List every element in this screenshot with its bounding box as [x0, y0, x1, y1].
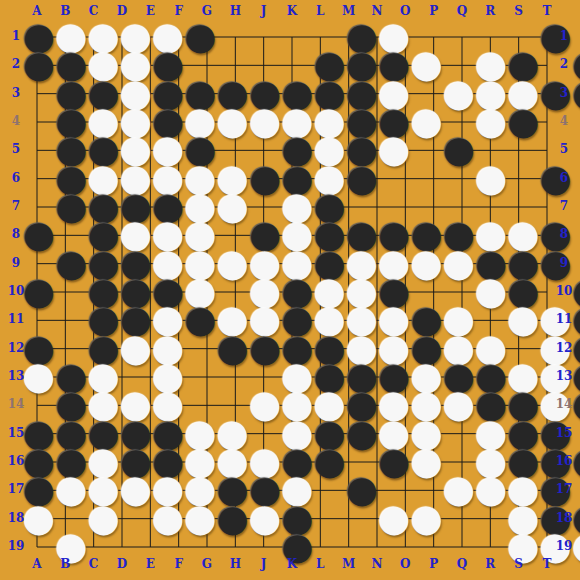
row-label-right-8: 8 [551, 227, 577, 243]
empty-intersection[interactable] [507, 136, 539, 164]
stone-white[interactable]: ● [475, 108, 507, 136]
row-label-left-16: 16 [3, 454, 29, 470]
column-label-top-H: H [221, 4, 249, 20]
black-stone-glyph: ● [507, 108, 539, 136]
stone-white[interactable]: ● [443, 79, 475, 107]
column-label-bottom-Q: Q [448, 557, 476, 573]
empty-intersection[interactable] [507, 164, 539, 192]
stone-white[interactable]: ● [410, 108, 442, 136]
column-label-top-N: N [363, 4, 391, 20]
row-label-left-14: 14 [3, 397, 29, 413]
white-stone-glyph: ● [249, 505, 281, 533]
black-stone-glyph: ● [346, 420, 378, 448]
empty-intersection[interactable] [443, 504, 475, 532]
row-label-right-16: 16 [551, 454, 577, 470]
stone-white[interactable]: ● [87, 504, 119, 532]
black-stone-glyph: ● [346, 165, 378, 193]
row-label-right-9: 9 [551, 256, 577, 272]
column-label-bottom-K: K [278, 557, 306, 573]
row-label-right-4: 4 [551, 114, 577, 130]
stone-black[interactable]: ● [507, 108, 539, 136]
row-label-right-6: 6 [551, 171, 577, 187]
stone-white[interactable]: ● [410, 51, 442, 79]
stone-white[interactable]: ● [410, 448, 442, 476]
column-label-bottom-H: H [221, 557, 249, 573]
row-label-left-12: 12 [3, 341, 29, 357]
stone-white[interactable]: ● [55, 476, 87, 504]
empty-intersection[interactable] [475, 504, 507, 532]
stone-black[interactable]: ● [249, 334, 281, 362]
stone-white[interactable]: ● [475, 164, 507, 192]
white-stone-glyph: ● [249, 108, 281, 136]
row-label-right-11: 11 [551, 312, 577, 328]
white-stone-glyph: ● [378, 136, 410, 164]
stone-black[interactable]: ● [217, 334, 249, 362]
stone-black[interactable]: ● [217, 504, 249, 532]
row-label-left-6: 6 [3, 171, 29, 187]
empty-intersection[interactable] [217, 23, 249, 51]
empty-intersection[interactable] [184, 363, 216, 391]
black-stone-glyph: ● [249, 335, 281, 363]
stone-white[interactable]: ● [378, 136, 410, 164]
stone-black[interactable]: ● [378, 448, 410, 476]
empty-intersection[interactable] [443, 23, 475, 51]
column-label-bottom-N: N [363, 557, 391, 573]
white-stone-glyph: ● [120, 476, 152, 504]
row-label-left-8: 8 [3, 227, 29, 243]
row-label-left-18: 18 [3, 511, 29, 527]
black-stone-glyph: ● [249, 165, 281, 193]
stone-white[interactable]: ● [475, 278, 507, 306]
row-label-right-19: 19 [551, 539, 577, 555]
stone-white[interactable]: ● [443, 476, 475, 504]
black-stone-glyph: ● [184, 23, 216, 51]
white-stone-glyph: ● [120, 335, 152, 363]
column-label-top-D: D [108, 4, 136, 20]
column-label-top-C: C [79, 4, 107, 20]
row-label-left-15: 15 [3, 426, 29, 442]
empty-intersection[interactable] [249, 23, 281, 51]
column-label-bottom-F: F [164, 557, 192, 573]
column-label-top-S: S [504, 4, 532, 20]
column-label-top-L: L [306, 4, 334, 20]
empty-intersection[interactable] [410, 136, 442, 164]
empty-intersection[interactable] [443, 419, 475, 447]
stone-white[interactable]: ● [217, 193, 249, 221]
column-label-top-O: O [391, 4, 419, 20]
column-label-bottom-O: O [391, 557, 419, 573]
column-label-bottom-G: G [193, 557, 221, 573]
empty-intersection[interactable] [314, 476, 346, 504]
row-label-right-3: 3 [551, 86, 577, 102]
white-stone-glyph: ● [410, 505, 442, 533]
empty-intersection[interactable] [314, 504, 346, 532]
row-label-left-3: 3 [3, 86, 29, 102]
row-label-right-2: 2 [551, 57, 577, 73]
empty-intersection[interactable] [346, 504, 378, 532]
column-label-bottom-S: S [504, 557, 532, 573]
stone-white[interactable]: ● [378, 504, 410, 532]
stone-white[interactable]: ● [410, 249, 442, 277]
row-label-right-12: 12 [551, 341, 577, 357]
column-label-top-E: E [136, 4, 164, 20]
row-label-right-10: 10 [551, 284, 577, 300]
column-label-bottom-E: E [136, 557, 164, 573]
stone-black[interactable]: ● [443, 136, 475, 164]
white-stone-glyph: ● [217, 250, 249, 278]
white-stone-glyph: ● [410, 448, 442, 476]
stone-black[interactable]: ● [314, 448, 346, 476]
white-stone-glyph: ● [87, 505, 119, 533]
stone-white[interactable]: ● [249, 504, 281, 532]
white-stone-glyph: ● [378, 505, 410, 533]
stone-black[interactable]: ● [346, 476, 378, 504]
black-stone-glyph: ● [55, 193, 87, 221]
column-label-bottom-R: R [476, 557, 504, 573]
column-label-bottom-T: T [533, 557, 561, 573]
column-label-bottom-P: P [419, 557, 447, 573]
white-stone-glyph: ● [410, 51, 442, 79]
white-stone-glyph: ● [475, 278, 507, 306]
black-stone-glyph: ● [443, 136, 475, 164]
stone-white[interactable]: ● [475, 476, 507, 504]
row-label-right-14: 14 [551, 397, 577, 413]
column-label-bottom-A: A [23, 557, 51, 573]
white-stone-glyph: ● [410, 250, 442, 278]
column-label-top-F: F [164, 4, 192, 20]
row-label-left-9: 9 [3, 256, 29, 272]
row-label-right-17: 17 [551, 482, 577, 498]
row-label-left-13: 13 [3, 369, 29, 385]
stone-black[interactable]: ● [346, 419, 378, 447]
stone-black[interactable]: ● [184, 23, 216, 51]
empty-intersection[interactable] [120, 504, 152, 532]
stone-white[interactable]: ● [443, 249, 475, 277]
row-label-right-1: 1 [551, 29, 577, 45]
column-label-bottom-C: C [79, 557, 107, 573]
white-stone-glyph: ● [410, 108, 442, 136]
row-label-left-11: 11 [3, 312, 29, 328]
white-stone-glyph: ● [152, 505, 184, 533]
black-stone-glyph: ● [55, 250, 87, 278]
white-stone-glyph: ● [443, 391, 475, 419]
column-label-top-T: T [533, 4, 561, 20]
column-label-bottom-L: L [306, 557, 334, 573]
empty-intersection[interactable] [55, 278, 87, 306]
empty-intersection[interactable] [410, 164, 442, 192]
stone-white[interactable]: ● [249, 108, 281, 136]
white-stone-glyph: ● [475, 108, 507, 136]
column-label-top-M: M [334, 4, 362, 20]
black-stone-glyph: ● [217, 505, 249, 533]
stone-black[interactable]: ● [55, 249, 87, 277]
row-label-right-7: 7 [551, 199, 577, 215]
black-stone-glyph: ● [184, 306, 216, 334]
black-stone-glyph: ● [378, 448, 410, 476]
white-stone-glyph: ● [443, 80, 475, 108]
column-label-top-K: K [278, 4, 306, 20]
row-label-left-1: 1 [3, 29, 29, 45]
empty-intersection[interactable] [443, 164, 475, 192]
empty-intersection[interactable] [184, 334, 216, 362]
empty-intersection[interactable] [55, 306, 87, 334]
column-label-bottom-B: B [51, 557, 79, 573]
white-stone-glyph: ● [217, 193, 249, 221]
stone-white[interactable]: ● [217, 249, 249, 277]
row-label-left-10: 10 [3, 284, 29, 300]
white-stone-glyph: ● [249, 391, 281, 419]
column-label-bottom-D: D [108, 557, 136, 573]
stone-white[interactable]: ● [184, 504, 216, 532]
column-label-top-G: G [193, 4, 221, 20]
empty-intersection[interactable] [281, 23, 313, 51]
stone-white[interactable]: ● [507, 306, 539, 334]
white-stone-glyph: ● [443, 476, 475, 504]
column-label-top-Q: Q [448, 4, 476, 20]
white-stone-glyph: ● [475, 476, 507, 504]
empty-intersection[interactable] [378, 164, 410, 192]
stone-white[interactable]: ● [120, 334, 152, 362]
row-label-left-4: 4 [3, 114, 29, 130]
black-stone-glyph: ● [217, 335, 249, 363]
column-label-top-P: P [419, 4, 447, 20]
stone-white[interactable]: ● [152, 504, 184, 532]
row-label-right-15: 15 [551, 426, 577, 442]
row-label-right-18: 18 [551, 511, 577, 527]
stone-white[interactable]: ● [217, 108, 249, 136]
column-label-top-J: J [249, 4, 277, 20]
row-label-left-2: 2 [3, 57, 29, 73]
column-label-top-B: B [51, 4, 79, 20]
row-label-right-13: 13 [551, 369, 577, 385]
black-stone-glyph: ● [314, 448, 346, 476]
row-label-left-17: 17 [3, 482, 29, 498]
stone-white[interactable]: ● [443, 391, 475, 419]
column-label-bottom-M: M [334, 557, 362, 573]
column-label-top-A: A [23, 4, 51, 20]
row-label-left-5: 5 [3, 142, 29, 158]
row-label-left-7: 7 [3, 199, 29, 215]
white-stone-glyph: ● [184, 505, 216, 533]
stone-white[interactable]: ● [120, 476, 152, 504]
column-label-top-R: R [476, 4, 504, 20]
column-label-bottom-J: J [249, 557, 277, 573]
empty-intersection[interactable] [217, 363, 249, 391]
white-stone-glyph: ● [443, 250, 475, 278]
white-stone-glyph: ● [55, 476, 87, 504]
stone-black[interactable]: ● [184, 306, 216, 334]
go-board[interactable]: ●●●●●●●●●●●●●●●●●●●●●●●●●●●●●●●●●●●●●●●●… [23, 23, 561, 561]
stone-black[interactable]: ● [55, 193, 87, 221]
white-stone-glyph: ● [475, 165, 507, 193]
stone-black[interactable]: ● [249, 164, 281, 192]
white-stone-glyph: ● [217, 108, 249, 136]
row-label-left-19: 19 [3, 539, 29, 555]
stone-black[interactable]: ● [346, 164, 378, 192]
stone-white[interactable]: ● [410, 504, 442, 532]
white-stone-glyph: ● [507, 306, 539, 334]
go-board-screenshot: ●●●●●●●●●●●●●●●●●●●●●●●●●●●●●●●●●●●●●●●●… [0, 0, 580, 580]
stone-white[interactable]: ● [249, 391, 281, 419]
row-label-right-5: 5 [551, 142, 577, 158]
black-stone-glyph: ● [346, 476, 378, 504]
